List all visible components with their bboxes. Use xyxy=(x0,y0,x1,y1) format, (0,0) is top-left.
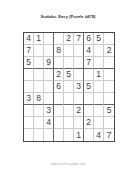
cell-r5c7: 5 xyxy=(84,81,94,93)
cell-r5c8 xyxy=(94,81,104,93)
cell-r8c4 xyxy=(54,117,64,129)
cell-r4c7 xyxy=(84,69,94,81)
cell-r9c8: 4 xyxy=(94,129,104,141)
cell-r2c1: 7 xyxy=(24,45,34,57)
cell-r5c6: 3 xyxy=(74,81,84,93)
cell-r3c3: 9 xyxy=(44,57,54,69)
cell-r6c9 xyxy=(104,93,114,105)
cell-r5c3 xyxy=(44,81,54,93)
cell-r7c8 xyxy=(94,105,104,117)
cell-r9c6: 1 xyxy=(74,129,84,141)
cell-r9c5 xyxy=(64,129,74,141)
cell-r3c8 xyxy=(94,57,104,69)
cell-r4c4: 2 xyxy=(54,69,64,81)
cell-r3c7: 7 xyxy=(84,57,94,69)
cell-r6c6 xyxy=(74,93,84,105)
cell-r6c3 xyxy=(44,93,54,105)
cell-r6c7 xyxy=(84,93,94,105)
cell-r5c2 xyxy=(34,81,44,93)
cell-r4c3 xyxy=(44,69,54,81)
cell-r7c6: 2 xyxy=(74,105,84,117)
cell-r3c5 xyxy=(64,57,74,69)
cell-r8c6 xyxy=(74,117,84,129)
cell-r1c9 xyxy=(104,33,114,45)
cell-r4c2 xyxy=(34,69,44,81)
cell-r7c3: 3 xyxy=(44,105,54,117)
cell-r2c8 xyxy=(94,45,104,57)
cell-r1c5: 2 xyxy=(64,33,74,45)
cell-r3c4 xyxy=(54,57,64,69)
sudoku-grid: 41276578425972516353832542147 xyxy=(23,32,115,142)
cell-r3c9 xyxy=(104,57,114,69)
cell-r6c4 xyxy=(54,93,64,105)
cell-r2c4: 8 xyxy=(54,45,64,57)
cell-r9c2 xyxy=(34,129,44,141)
page-title: Sudoku, Easy (Puzzle #479) xyxy=(0,14,136,19)
cell-r4c1 xyxy=(24,69,34,81)
cell-r9c3 xyxy=(44,129,54,141)
cell-r8c9 xyxy=(104,117,114,129)
cell-r4c5: 5 xyxy=(64,69,74,81)
cell-r1c4 xyxy=(54,33,64,45)
cell-r5c9 xyxy=(104,81,114,93)
cell-r9c7 xyxy=(84,129,94,141)
cell-r8c8 xyxy=(94,117,104,129)
cell-r1c2: 1 xyxy=(34,33,44,45)
cell-r6c1: 3 xyxy=(24,93,34,105)
cell-r7c5 xyxy=(64,105,74,117)
cell-r8c2 xyxy=(34,117,44,129)
cell-r3c1: 5 xyxy=(24,57,34,69)
cell-r6c2: 8 xyxy=(34,93,44,105)
cell-r8c7: 2 xyxy=(84,117,94,129)
cell-r7c9: 5 xyxy=(104,105,114,117)
cell-r8c1 xyxy=(24,117,34,129)
cell-r4c6 xyxy=(74,69,84,81)
cell-r8c3: 4 xyxy=(44,117,54,129)
cell-r2c7: 4 xyxy=(84,45,94,57)
cell-r1c3 xyxy=(44,33,54,45)
cell-r1c6: 7 xyxy=(74,33,84,45)
cell-r2c9: 2 xyxy=(104,45,114,57)
cell-r5c5 xyxy=(64,81,74,93)
cell-r2c3 xyxy=(44,45,54,57)
cell-r5c1 xyxy=(24,81,34,93)
cell-r2c2 xyxy=(34,45,44,57)
cell-r2c6 xyxy=(74,45,84,57)
cell-r1c7: 6 xyxy=(84,33,94,45)
cell-r9c9: 7 xyxy=(104,129,114,141)
cell-r5c4: 6 xyxy=(54,81,64,93)
cell-r3c2 xyxy=(34,57,44,69)
cell-r7c2 xyxy=(34,105,44,117)
cell-r1c1: 4 xyxy=(24,33,34,45)
cell-r7c4 xyxy=(54,105,64,117)
footer-url: www.printfreesudoku.com xyxy=(0,163,136,166)
cell-r3c6 xyxy=(74,57,84,69)
cell-r6c5 xyxy=(64,93,74,105)
cell-r4c8: 1 xyxy=(94,69,104,81)
cell-r7c1 xyxy=(24,105,34,117)
cell-r6c8 xyxy=(94,93,104,105)
cell-r1c8: 5 xyxy=(94,33,104,45)
cell-r9c1 xyxy=(24,129,34,141)
cell-r7c7 xyxy=(84,105,94,117)
cell-r2c5 xyxy=(64,45,74,57)
cell-r4c9 xyxy=(104,69,114,81)
cell-r9c4 xyxy=(54,129,64,141)
cell-r8c5 xyxy=(64,117,74,129)
